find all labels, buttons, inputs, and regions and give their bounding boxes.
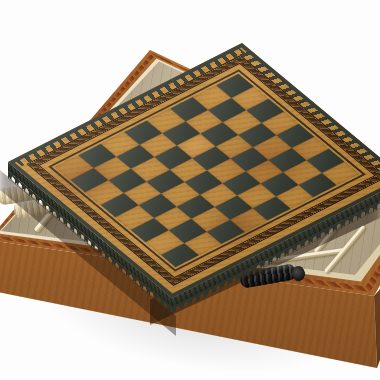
- product-photo: [0, 0, 380, 380]
